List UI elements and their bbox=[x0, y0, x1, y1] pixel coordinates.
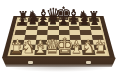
square bbox=[59, 50, 71, 55]
square bbox=[94, 50, 107, 55]
square bbox=[46, 50, 58, 55]
chess-set-photo: ♜♞♝♛♚♝♞♜♟♟♟♟♟♟♟♟♟♟♟♟♟♟♟♟♜♞♝♛♚♝♞♜ bbox=[0, 0, 118, 75]
clasp-icon bbox=[86, 61, 91, 64]
board-inner-border bbox=[7, 17, 109, 56]
square bbox=[22, 50, 35, 55]
board-grid bbox=[10, 18, 108, 55]
chess-board bbox=[2, 16, 115, 58]
board-frame bbox=[2, 16, 115, 58]
square bbox=[82, 50, 95, 55]
square bbox=[70, 50, 83, 55]
box-front-edge bbox=[1, 57, 117, 68]
clasp-icon bbox=[28, 61, 33, 64]
square bbox=[34, 50, 47, 55]
